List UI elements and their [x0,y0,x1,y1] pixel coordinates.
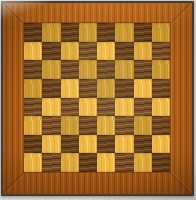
square-r6c1 [24,116,42,135]
square-r7c1 [24,135,42,154]
square-r5c7 [134,98,152,117]
square-r4c5 [97,79,115,98]
square-r4c4 [79,79,97,98]
square-r2c8 [152,42,170,61]
square-r5c3 [61,98,79,117]
board-frame [3,3,192,194]
square-r3c8 [152,60,170,79]
square-r3c2 [42,60,60,79]
square-r2c7 [134,42,152,61]
square-r2c6 [115,42,133,61]
square-r8c7 [134,153,152,172]
square-r3c5 [97,60,115,79]
square-r6c7 [134,116,152,135]
square-r6c6 [115,116,133,135]
square-r1c1 [24,23,42,42]
square-r2c3 [61,42,79,61]
square-r7c3 [61,135,79,154]
square-r7c7 [134,135,152,154]
frame-miter-bottom-right [170,172,192,194]
square-r1c8 [152,23,170,42]
board-grid [24,23,170,172]
square-r3c1 [24,60,42,79]
square-r4c2 [42,79,60,98]
square-r7c6 [115,135,133,154]
square-r8c8 [152,153,170,172]
square-r3c7 [134,60,152,79]
square-r4c3 [61,79,79,98]
square-r7c8 [152,135,170,154]
square-r6c8 [152,116,170,135]
square-r3c3 [61,60,79,79]
frame-miter-top-right [170,3,192,23]
square-r2c1 [24,42,42,61]
square-r3c4 [79,60,97,79]
square-r5c8 [152,98,170,117]
square-r5c1 [24,98,42,117]
square-r1c7 [134,23,152,42]
square-r4c1 [24,79,42,98]
square-r1c5 [97,23,115,42]
square-r1c3 [61,23,79,42]
square-r5c6 [115,98,133,117]
square-r7c5 [97,135,115,154]
frame-miter-bottom-left [3,172,24,194]
square-r1c6 [115,23,133,42]
square-r3c6 [115,60,133,79]
square-r5c5 [97,98,115,117]
square-r4c6 [115,79,133,98]
square-r8c1 [24,153,42,172]
square-r8c3 [61,153,79,172]
square-r4c7 [134,79,152,98]
square-r8c6 [115,153,133,172]
square-r8c5 [97,153,115,172]
photo-background [0,0,196,200]
square-r2c4 [79,42,97,61]
square-r7c4 [79,135,97,154]
square-r6c5 [97,116,115,135]
square-r1c4 [79,23,97,42]
square-r5c4 [79,98,97,117]
square-r8c4 [79,153,97,172]
square-r2c5 [97,42,115,61]
chessboard [1,1,194,196]
square-r7c2 [42,135,60,154]
frame-miter-top-left [3,3,24,23]
square-r6c2 [42,116,60,135]
square-r6c4 [79,116,97,135]
square-r8c2 [42,153,60,172]
square-r4c8 [152,79,170,98]
square-r2c2 [42,42,60,61]
square-r6c3 [61,116,79,135]
square-r5c2 [42,98,60,117]
square-r1c2 [42,23,60,42]
